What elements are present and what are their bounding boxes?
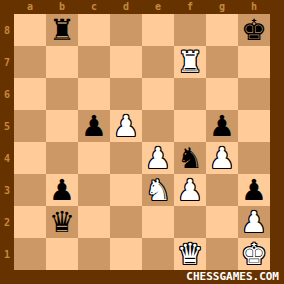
square-c5: ♟	[78, 110, 110, 142]
square-h7	[238, 46, 270, 78]
square-c3	[78, 174, 110, 206]
white-pawn: ♟	[113, 110, 139, 142]
square-g8	[206, 14, 238, 46]
square-e5	[142, 110, 174, 142]
chess-diagram: abcdefgh 87654321 ♜♚♜♟♟♟♟♞♟♟♞♟♟♛♟♛♚ CHES…	[0, 0, 284, 284]
rank-label-5: 5	[0, 110, 14, 142]
square-a6	[14, 78, 46, 110]
square-d1	[110, 238, 142, 270]
square-h5	[238, 110, 270, 142]
square-b4	[46, 142, 78, 174]
square-g5: ♟	[206, 110, 238, 142]
square-g6	[206, 78, 238, 110]
square-g1	[206, 238, 238, 270]
square-e8	[142, 14, 174, 46]
file-label-c: c	[78, 0, 110, 14]
square-d2	[110, 206, 142, 238]
white-pawn: ♟	[145, 142, 171, 174]
rank-labels: 87654321	[0, 14, 14, 270]
file-label-h: h	[238, 0, 270, 14]
square-f6	[174, 78, 206, 110]
square-e2	[142, 206, 174, 238]
square-d7	[110, 46, 142, 78]
square-f7: ♜	[174, 46, 206, 78]
square-c1	[78, 238, 110, 270]
square-a7	[14, 46, 46, 78]
square-a1	[14, 238, 46, 270]
file-label-d: d	[110, 0, 142, 14]
white-pawn: ♟	[209, 142, 235, 174]
square-h1: ♚	[238, 238, 270, 270]
square-h4	[238, 142, 270, 174]
square-a5	[14, 110, 46, 142]
square-a2	[14, 206, 46, 238]
square-b5	[46, 110, 78, 142]
black-pawn: ♟	[81, 110, 107, 142]
rank-label-2: 2	[0, 206, 14, 238]
square-g4: ♟	[206, 142, 238, 174]
rank-label-3: 3	[0, 174, 14, 206]
black-queen: ♛	[49, 206, 75, 238]
square-g2	[206, 206, 238, 238]
square-a4	[14, 142, 46, 174]
white-rook: ♜	[177, 46, 203, 78]
file-label-f: f	[174, 0, 206, 14]
square-f2	[174, 206, 206, 238]
square-e6	[142, 78, 174, 110]
square-b8: ♜	[46, 14, 78, 46]
square-c7	[78, 46, 110, 78]
file-label-g: g	[206, 0, 238, 14]
square-g3	[206, 174, 238, 206]
rank-label-8: 8	[0, 14, 14, 46]
white-pawn: ♟	[177, 174, 203, 206]
chessgames-watermark: CHESSGAMES.COM	[186, 270, 279, 283]
black-pawn: ♟	[209, 110, 235, 142]
chess-board: ♜♚♜♟♟♟♟♞♟♟♞♟♟♛♟♛♚	[14, 14, 270, 270]
square-h8: ♚	[238, 14, 270, 46]
black-rook: ♜	[49, 14, 75, 46]
square-b2: ♛	[46, 206, 78, 238]
square-d8	[110, 14, 142, 46]
square-a3	[14, 174, 46, 206]
black-pawn: ♟	[241, 174, 267, 206]
square-d5: ♟	[110, 110, 142, 142]
square-d6	[110, 78, 142, 110]
white-pawn: ♟	[241, 206, 267, 238]
square-d3	[110, 174, 142, 206]
black-king: ♚	[241, 14, 267, 46]
white-knight: ♞	[145, 174, 171, 206]
square-f8	[174, 14, 206, 46]
square-c2	[78, 206, 110, 238]
file-labels: abcdefgh	[14, 0, 270, 14]
square-e1	[142, 238, 174, 270]
file-label-a: a	[14, 0, 46, 14]
square-g7	[206, 46, 238, 78]
square-c6	[78, 78, 110, 110]
square-c8	[78, 14, 110, 46]
white-queen: ♛	[177, 238, 203, 270]
square-b6	[46, 78, 78, 110]
square-e4: ♟	[142, 142, 174, 174]
file-label-b: b	[46, 0, 78, 14]
square-d4	[110, 142, 142, 174]
rank-label-6: 6	[0, 78, 14, 110]
rank-label-7: 7	[0, 46, 14, 78]
white-king: ♚	[241, 238, 267, 270]
square-f5	[174, 110, 206, 142]
black-knight: ♞	[177, 142, 203, 174]
square-e7	[142, 46, 174, 78]
square-c4	[78, 142, 110, 174]
square-f3: ♟	[174, 174, 206, 206]
square-b1	[46, 238, 78, 270]
square-h2: ♟	[238, 206, 270, 238]
rank-label-1: 1	[0, 238, 14, 270]
rank-label-4: 4	[0, 142, 14, 174]
square-f1: ♛	[174, 238, 206, 270]
square-a8	[14, 14, 46, 46]
black-pawn: ♟	[49, 174, 75, 206]
file-label-e: e	[142, 0, 174, 14]
square-h3: ♟	[238, 174, 270, 206]
square-b7	[46, 46, 78, 78]
square-b3: ♟	[46, 174, 78, 206]
square-e3: ♞	[142, 174, 174, 206]
square-f4: ♞	[174, 142, 206, 174]
square-h6	[238, 78, 270, 110]
